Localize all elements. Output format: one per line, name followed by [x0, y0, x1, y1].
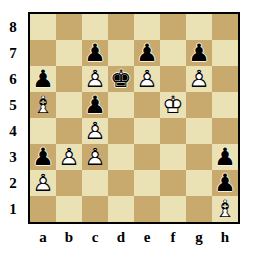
- white-pawn: ♟♙: [82, 144, 108, 170]
- black-pawn-glyph: ♟: [212, 144, 238, 170]
- rank-label-5: 5: [0, 92, 26, 118]
- white-pawn: ♟♙: [134, 66, 160, 92]
- square-d1[interactable]: [108, 196, 134, 222]
- white-pawn-outline: ♙: [186, 66, 212, 92]
- black-pawn: ♟: [30, 66, 56, 92]
- file-label-f: f: [160, 227, 186, 247]
- rank-label-6: 6: [0, 66, 26, 92]
- white-pawn-outline: ♙: [134, 66, 160, 92]
- rank-label-4: 4: [0, 118, 26, 144]
- square-c4[interactable]: ♟♙: [82, 118, 108, 144]
- square-a3[interactable]: ♟: [30, 144, 56, 170]
- square-d5[interactable]: [108, 92, 134, 118]
- black-pawn-glyph: ♟: [134, 40, 160, 66]
- square-e3[interactable]: [134, 144, 160, 170]
- white-pawn-outline: ♙: [56, 144, 82, 170]
- chess-diagram: 87654321 ♟♟♟♟♟♙♚♟♙♟♙♝♗♟♚♔♟♙♟♟♙♟♙♟♟♙♟♝♗ a…: [0, 0, 256, 256]
- chess-board: ♟♟♟♟♟♙♚♟♙♟♙♝♗♟♚♔♟♙♟♟♙♟♙♟♟♙♟♝♗: [28, 12, 240, 224]
- square-f7[interactable]: [160, 40, 186, 66]
- square-c3[interactable]: ♟♙: [82, 144, 108, 170]
- rank-label-3: 3: [0, 144, 26, 170]
- white-bishop: ♝♗: [212, 196, 238, 222]
- file-labels: abcdefgh: [30, 227, 238, 247]
- square-g2[interactable]: [186, 170, 212, 196]
- black-pawn-glyph: ♟: [186, 40, 212, 66]
- square-g4[interactable]: [186, 118, 212, 144]
- square-c1[interactable]: [82, 196, 108, 222]
- square-e1[interactable]: [134, 196, 160, 222]
- white-pawn: ♟♙: [56, 144, 82, 170]
- square-h3[interactable]: ♟: [212, 144, 238, 170]
- square-g1[interactable]: [186, 196, 212, 222]
- white-bishop-outline: ♗: [212, 196, 238, 222]
- square-e7[interactable]: ♟: [134, 40, 160, 66]
- black-pawn-glyph: ♟: [82, 40, 108, 66]
- white-pawn-outline: ♙: [30, 170, 56, 196]
- square-a5[interactable]: ♝♗: [30, 92, 56, 118]
- rank-label-7: 7: [0, 40, 26, 66]
- square-b7[interactable]: [56, 40, 82, 66]
- black-pawn-glyph: ♟: [82, 92, 108, 118]
- square-b1[interactable]: [56, 196, 82, 222]
- square-g8[interactable]: [186, 14, 212, 40]
- square-f3[interactable]: [160, 144, 186, 170]
- square-a6[interactable]: ♟: [30, 66, 56, 92]
- file-label-h: h: [212, 227, 238, 247]
- white-king: ♚♔: [160, 92, 186, 118]
- square-a8[interactable]: [30, 14, 56, 40]
- square-d7[interactable]: [108, 40, 134, 66]
- square-e6[interactable]: ♟♙: [134, 66, 160, 92]
- white-pawn: ♟♙: [30, 170, 56, 196]
- square-c5[interactable]: ♟: [82, 92, 108, 118]
- square-e5[interactable]: [134, 92, 160, 118]
- white-bishop-outline: ♗: [30, 92, 56, 118]
- file-label-b: b: [56, 227, 82, 247]
- square-f6[interactable]: [160, 66, 186, 92]
- square-a4[interactable]: [30, 118, 56, 144]
- black-pawn-glyph: ♟: [212, 170, 238, 196]
- black-pawn: ♟: [212, 144, 238, 170]
- black-pawn: ♟: [212, 170, 238, 196]
- square-a2[interactable]: ♟♙: [30, 170, 56, 196]
- black-pawn: ♟: [82, 40, 108, 66]
- white-pawn-outline: ♙: [82, 66, 108, 92]
- white-king-outline: ♔: [160, 92, 186, 118]
- square-g5[interactable]: [186, 92, 212, 118]
- rank-label-2: 2: [0, 170, 26, 196]
- square-h1[interactable]: ♝♗: [212, 196, 238, 222]
- square-h5[interactable]: [212, 92, 238, 118]
- white-pawn: ♟♙: [82, 118, 108, 144]
- square-f4[interactable]: [160, 118, 186, 144]
- file-label-d: d: [108, 227, 134, 247]
- white-bishop: ♝♗: [30, 92, 56, 118]
- square-f5[interactable]: ♚♔: [160, 92, 186, 118]
- square-d3[interactable]: [108, 144, 134, 170]
- black-pawn-glyph: ♟: [30, 144, 56, 170]
- square-d2[interactable]: [108, 170, 134, 196]
- black-pawn: ♟: [186, 40, 212, 66]
- square-g7[interactable]: ♟: [186, 40, 212, 66]
- square-f1[interactable]: [160, 196, 186, 222]
- white-pawn-outline: ♙: [82, 118, 108, 144]
- square-c2[interactable]: [82, 170, 108, 196]
- file-label-e: e: [134, 227, 160, 247]
- rank-label-1: 1: [0, 196, 26, 222]
- white-pawn: ♟♙: [82, 66, 108, 92]
- square-e4[interactable]: [134, 118, 160, 144]
- square-b5[interactable]: [56, 92, 82, 118]
- square-h4[interactable]: [212, 118, 238, 144]
- square-c8[interactable]: [82, 14, 108, 40]
- white-pawn-outline: ♙: [82, 144, 108, 170]
- square-b6[interactable]: [56, 66, 82, 92]
- square-h6[interactable]: [212, 66, 238, 92]
- file-label-c: c: [82, 227, 108, 247]
- square-g3[interactable]: [186, 144, 212, 170]
- square-d6[interactable]: ♚: [108, 66, 134, 92]
- file-label-g: g: [186, 227, 212, 247]
- square-g6[interactable]: ♟♙: [186, 66, 212, 92]
- white-pawn: ♟♙: [186, 66, 212, 92]
- square-f2[interactable]: [160, 170, 186, 196]
- square-d8[interactable]: [108, 14, 134, 40]
- square-h7[interactable]: [212, 40, 238, 66]
- square-a7[interactable]: [30, 40, 56, 66]
- square-b2[interactable]: [56, 170, 82, 196]
- square-h8[interactable]: [212, 14, 238, 40]
- black-pawn-glyph: ♟: [30, 66, 56, 92]
- black-pawn: ♟: [134, 40, 160, 66]
- black-king-glyph: ♚: [108, 66, 134, 92]
- file-label-a: a: [30, 227, 56, 247]
- square-b4[interactable]: [56, 118, 82, 144]
- square-f8[interactable]: [160, 14, 186, 40]
- square-b3[interactable]: ♟♙: [56, 144, 82, 170]
- square-d4[interactable]: [108, 118, 134, 144]
- square-c7[interactable]: ♟: [82, 40, 108, 66]
- black-king: ♚: [108, 66, 134, 92]
- rank-labels: 87654321: [0, 14, 26, 222]
- square-h2[interactable]: ♟: [212, 170, 238, 196]
- rank-label-8: 8: [0, 14, 26, 40]
- black-pawn: ♟: [82, 92, 108, 118]
- square-c6[interactable]: ♟♙: [82, 66, 108, 92]
- square-e8[interactable]: [134, 14, 160, 40]
- black-pawn: ♟: [30, 144, 56, 170]
- square-e2[interactable]: [134, 170, 160, 196]
- square-a1[interactable]: [30, 196, 56, 222]
- square-b8[interactable]: [56, 14, 82, 40]
